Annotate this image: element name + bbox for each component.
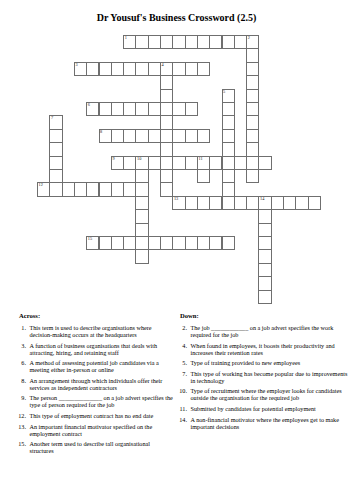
grid-cell[interactable]	[135, 62, 148, 76]
grid-cell[interactable]	[111, 182, 124, 196]
clue-item-text: Type of recruitment where the employer l…	[191, 387, 351, 401]
grid-cell[interactable]	[160, 62, 173, 76]
grid-cell[interactable]	[185, 62, 198, 76]
clue-item: 14.A non-financial motivator where the e…	[176, 416, 350, 430]
grid-cell[interactable]	[135, 249, 148, 263]
grid-cell[interactable]	[135, 223, 148, 237]
grid-cell[interactable]	[197, 169, 210, 183]
grid-cell[interactable]	[209, 156, 222, 170]
clue-item: 9.The person ______________ on a job adv…	[15, 394, 173, 408]
grid-cell[interactable]	[197, 35, 210, 49]
grid-cell[interactable]	[49, 115, 62, 129]
grid-cell[interactable]	[197, 196, 210, 210]
grid-cell[interactable]	[111, 102, 124, 116]
crossword-grid: 123456789101112131415	[37, 35, 321, 304]
grid-cell[interactable]	[135, 102, 148, 116]
grid-cell[interactable]	[258, 249, 271, 263]
grid-cell[interactable]	[258, 223, 271, 237]
grid-cell[interactable]	[234, 196, 247, 210]
page-title: Dr Yousuf's Business Crossword (2.5)	[0, 12, 353, 23]
down-clue-list: 2.The job ____________ on a job advert s…	[176, 324, 350, 430]
grid-cell[interactable]	[246, 75, 259, 89]
grid-cell[interactable]	[222, 182, 235, 196]
grid-cell[interactable]	[222, 89, 235, 103]
clue-item-text: This type of working has become popular …	[191, 370, 351, 384]
clue-item-text: Another term used to describe tall organ…	[30, 440, 174, 454]
grid-cell[interactable]	[246, 129, 259, 143]
page: Dr Yousuf's Business Crossword (2.5) 123…	[0, 0, 353, 500]
clue-item-number: 3.	[15, 342, 26, 356]
clue-item-number: 2.	[176, 324, 187, 338]
grid-cell[interactable]	[308, 196, 321, 210]
grid-cell[interactable]	[246, 89, 259, 103]
clue-item-number: 13.	[15, 423, 26, 437]
grid-cell[interactable]	[222, 35, 235, 49]
across-header: Across:	[19, 312, 173, 319]
clue-item: 6.A method of assessing potential job ca…	[15, 359, 173, 373]
clue-item: 5.Type of training provided to new emplo…	[176, 359, 350, 366]
grid-cell[interactable]	[197, 156, 210, 170]
clue-item-text: A function of business organisations tha…	[30, 342, 174, 356]
grid-cell[interactable]	[172, 196, 185, 210]
grid-cell[interactable]	[148, 102, 161, 116]
grid-cell[interactable]	[172, 62, 185, 76]
grid-cell[interactable]	[148, 129, 161, 143]
grid-cell[interactable]	[160, 75, 173, 89]
grid-cell[interactable]	[197, 129, 210, 143]
grid-cell[interactable]	[246, 48, 259, 62]
down-header: Down:	[180, 312, 350, 319]
grid-cell[interactable]	[49, 142, 62, 156]
clue-item-text: Type of training provided to new employe…	[191, 359, 351, 366]
grid-cell[interactable]	[209, 196, 222, 210]
clue-item: 4.When found in employees, it boosts the…	[176, 342, 350, 356]
grid-cell[interactable]	[185, 129, 198, 143]
grid-cell[interactable]	[99, 102, 112, 116]
grid-cell[interactable]	[135, 156, 148, 170]
grid-cell[interactable]	[160, 89, 173, 103]
grid-cell[interactable]	[185, 196, 198, 210]
clue-item-text: An important financial motivator specifi…	[30, 423, 174, 437]
clue-item: 13.An important financial motivator spec…	[15, 423, 173, 437]
grid-cell[interactable]	[148, 236, 161, 250]
grid-cell[interactable]	[123, 182, 136, 196]
clue-item-text: When found in employees, it boosts their…	[191, 342, 351, 356]
grid-cell[interactable]	[160, 169, 173, 183]
grid-cell[interactable]	[74, 62, 87, 76]
grid-cell[interactable]	[172, 35, 185, 49]
clue-item-number: 1.	[15, 324, 26, 338]
clue-item-text: The person ______________ on a job adver…	[30, 394, 174, 408]
grid-cell[interactable]	[246, 115, 259, 129]
grid-cell[interactable]	[234, 156, 247, 170]
grid-cell[interactable]	[246, 169, 259, 183]
grid-cell[interactable]	[62, 182, 75, 196]
grid-cell[interactable]	[222, 129, 235, 143]
grid-cell[interactable]	[135, 196, 148, 210]
clue-item-number: 9.	[15, 394, 26, 408]
grid-cell[interactable]	[258, 236, 271, 250]
grid-cell[interactable]	[246, 102, 259, 116]
clue-item: 1.This term is used to describe organisa…	[15, 324, 173, 338]
grid-cell[interactable]	[172, 236, 185, 250]
clue-item-number: 15.	[15, 440, 26, 454]
grid-cell[interactable]	[222, 142, 235, 156]
clue-item: 2.The job ____________ on a job advert s…	[176, 324, 350, 338]
grid-cell[interactable]	[135, 35, 148, 49]
down-clues-section: Down: 2.The job ____________ on a job ad…	[176, 312, 350, 433]
grid-cell[interactable]	[99, 129, 112, 143]
grid-cell[interactable]	[123, 102, 136, 116]
grid-cell[interactable]	[86, 236, 99, 250]
grid-cell[interactable]	[160, 156, 173, 170]
grid-cell[interactable]	[86, 182, 99, 196]
grid-cell[interactable]	[271, 196, 284, 210]
grid-cell[interactable]	[111, 236, 124, 250]
grid-cell[interactable]	[172, 102, 185, 116]
grid-cell[interactable]	[222, 156, 235, 170]
clue-item-text: A method of assessing potential job cand…	[30, 359, 174, 373]
grid-cell[interactable]	[197, 236, 210, 250]
clue-item: 7.This type of working has become popula…	[176, 370, 350, 384]
grid-cell[interactable]	[135, 129, 148, 143]
clue-item-text: This type of employment contract has no …	[30, 412, 174, 419]
clue-item-number: 7.	[176, 370, 187, 384]
grid-cell[interactable]	[148, 62, 161, 76]
across-clue-list: 1.This term is used to describe organisa…	[15, 324, 173, 454]
grid-cell[interactable]	[172, 129, 185, 143]
grid-cell[interactable]	[135, 182, 148, 196]
clue-item-number: 11.	[176, 405, 187, 412]
grid-cell[interactable]	[160, 182, 173, 196]
grid-cell[interactable]	[234, 35, 247, 49]
grid-cell[interactable]	[49, 182, 62, 196]
clue-item: 15.Another term used to describe tall or…	[15, 440, 173, 454]
grid-cell[interactable]	[160, 102, 173, 116]
grid-cell[interactable]	[135, 236, 148, 250]
clue-item-number: 8.	[15, 377, 26, 391]
grid-cell[interactable]	[246, 62, 259, 76]
grid-cell[interactable]	[148, 35, 161, 49]
grid-cell[interactable]	[99, 182, 112, 196]
grid-cell[interactable]	[111, 62, 124, 76]
grid-cell[interactable]	[258, 276, 271, 290]
clue-item-number: 12.	[15, 412, 26, 419]
grid-cell[interactable]	[258, 156, 271, 170]
grid-cell[interactable]	[172, 156, 185, 170]
grid-cell[interactable]	[246, 196, 259, 210]
clue-item-number: 6.	[15, 359, 26, 373]
clue-item-number: 10.	[176, 387, 187, 401]
grid-cell[interactable]	[99, 236, 112, 250]
grid-cell[interactable]	[123, 156, 136, 170]
grid-cell[interactable]	[49, 169, 62, 183]
clue-item-number: 4.	[176, 342, 187, 356]
grid-cell[interactable]	[123, 236, 136, 250]
grid-cell[interactable]	[86, 102, 99, 116]
grid-cell[interactable]	[209, 35, 222, 49]
across-clues-section: Across: 1.This term is used to describe …	[15, 312, 173, 458]
grid-cell[interactable]	[160, 236, 173, 250]
grid-cell[interactable]	[148, 156, 161, 170]
clue-item-text: This term is used to describe organisati…	[30, 324, 174, 338]
clue-item: 11.Submitted by candidates for potential…	[176, 405, 350, 412]
grid-cell[interactable]	[222, 102, 235, 116]
grid-cell[interactable]	[246, 156, 259, 170]
clue-item: 8.An arrangement through which individua…	[15, 377, 173, 391]
clue-item: 10.Type of recruitment where the employe…	[176, 387, 350, 401]
grid-cell[interactable]	[222, 115, 235, 129]
grid-cell[interactable]	[222, 169, 235, 183]
grid-cell[interactable]	[197, 62, 210, 76]
grid-cell[interactable]	[123, 35, 136, 49]
grid-cell[interactable]	[258, 196, 271, 210]
grid-cell[interactable]	[111, 129, 124, 143]
grid-cell[interactable]	[222, 236, 235, 250]
grid-cell[interactable]	[258, 263, 271, 277]
grid-cell[interactable]	[185, 35, 198, 49]
grid-cell[interactable]	[123, 62, 136, 76]
grid-cell[interactable]	[160, 129, 173, 143]
clue-item-text: An arrangement through which individuals…	[30, 377, 174, 391]
grid-cell[interactable]	[185, 156, 198, 170]
grid-cell[interactable]	[258, 290, 271, 304]
grid-cell[interactable]	[246, 142, 259, 156]
grid-cell[interactable]	[49, 156, 62, 170]
grid-cell[interactable]	[160, 35, 173, 49]
grid-cell[interactable]	[86, 62, 99, 76]
grid-cell[interactable]	[49, 129, 62, 143]
grid-cell[interactable]	[258, 209, 271, 223]
grid-cell[interactable]	[135, 169, 148, 183]
grid-cell[interactable]	[74, 182, 87, 196]
grid-cell[interactable]	[209, 236, 222, 250]
grid-cell[interactable]	[160, 115, 173, 129]
clue-item-number: 14.	[176, 416, 187, 430]
grid-cell[interactable]	[283, 196, 296, 210]
grid-cell[interactable]	[99, 62, 112, 76]
grid-cell[interactable]	[37, 182, 50, 196]
grid-cell[interactable]	[185, 102, 198, 116]
clue-item-text: The job ____________ on a job advert spe…	[191, 324, 351, 338]
clue-item-number: 5.	[176, 359, 187, 366]
clue-item-text: Submitted by candidates for potential em…	[191, 405, 351, 412]
grid-cell[interactable]	[160, 142, 173, 156]
grid-cell[interactable]	[222, 196, 235, 210]
clue-item-text: A non-financial motivator where the empl…	[191, 416, 351, 430]
grid-cell[interactable]	[111, 156, 124, 170]
grid-cell[interactable]	[295, 196, 308, 210]
grid-cell[interactable]	[246, 35, 259, 49]
grid-cell[interactable]	[135, 209, 148, 223]
grid-cell[interactable]	[185, 236, 198, 250]
grid-cell[interactable]	[123, 129, 136, 143]
clue-item: 3.A function of business organisations t…	[15, 342, 173, 356]
clue-item: 12.This type of employment contract has …	[15, 412, 173, 419]
